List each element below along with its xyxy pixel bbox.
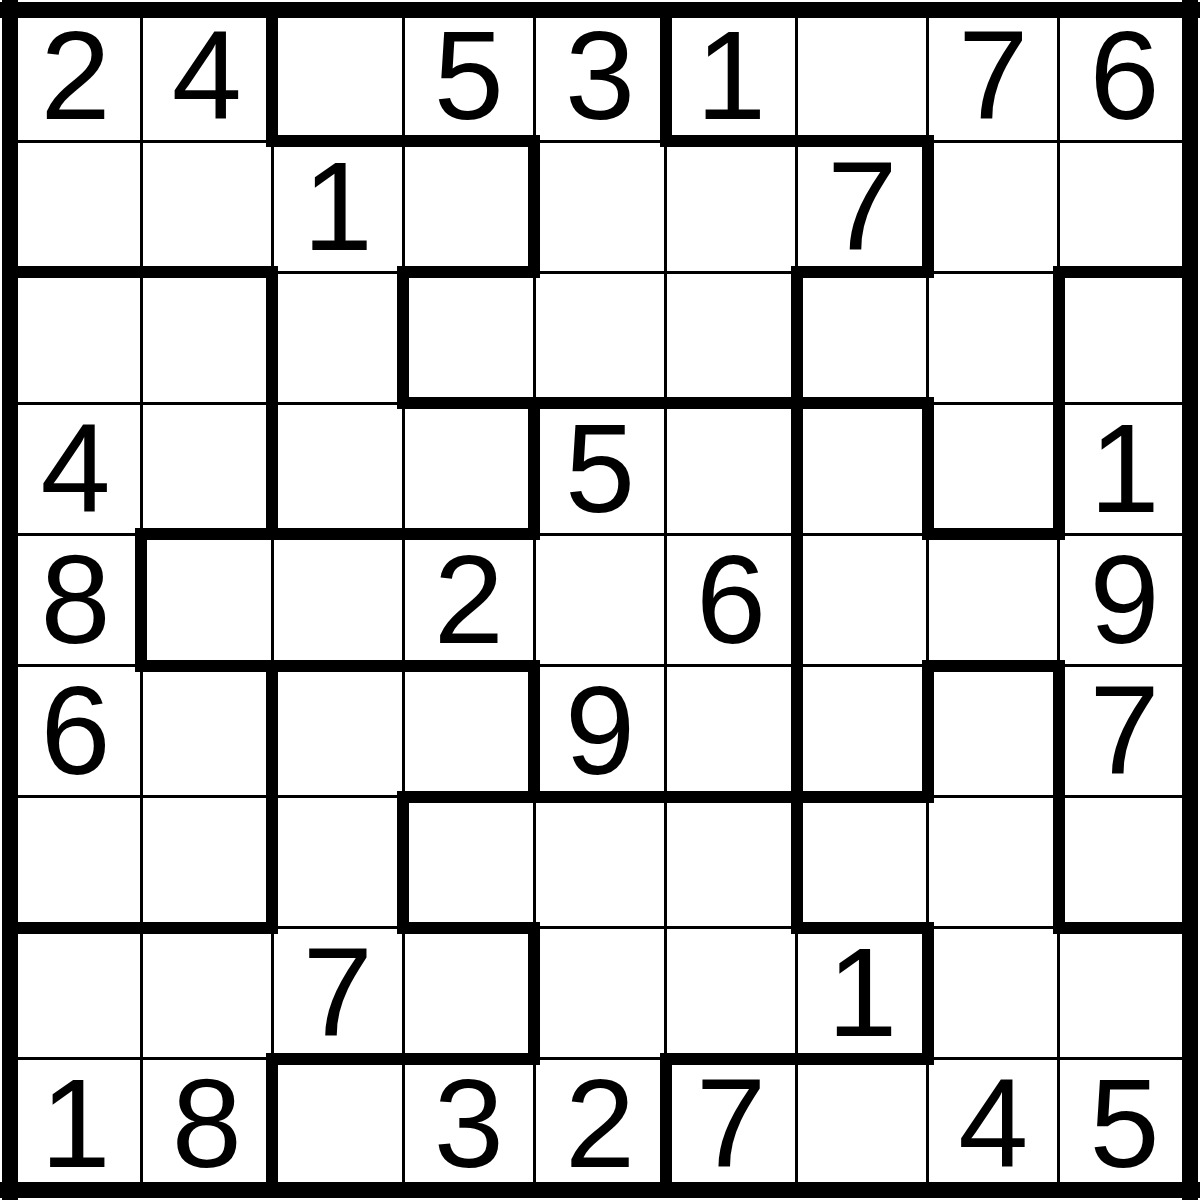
cell-r8c7[interactable]: 1 (797, 928, 928, 1059)
cell-r8c6[interactable] (666, 928, 797, 1059)
cell-r1c3[interactable] (272, 10, 403, 141)
cell-r5c5[interactable] (534, 534, 665, 665)
cell-r2c7[interactable]: 7 (797, 141, 928, 272)
cell-r5c3[interactable] (272, 534, 403, 665)
cell-r3c4[interactable] (403, 272, 534, 403)
cell-r3c6[interactable] (666, 272, 797, 403)
cell-r8c3[interactable]: 7 (272, 928, 403, 1059)
cell-r5c8[interactable] (928, 534, 1059, 665)
cell-r7c3[interactable] (272, 797, 403, 928)
cell-r9c3[interactable] (272, 1059, 403, 1190)
cell-r4c8[interactable] (928, 403, 1059, 534)
cell-r9c1[interactable]: 1 (10, 1059, 141, 1190)
cell-r9c2[interactable]: 8 (141, 1059, 272, 1190)
cell-r2c9[interactable] (1059, 141, 1190, 272)
cell-r5c2[interactable] (141, 534, 272, 665)
cell-r4c5[interactable]: 5 (534, 403, 665, 534)
cell-r4c9[interactable]: 1 (1059, 403, 1190, 534)
cell-r7c5[interactable] (534, 797, 665, 928)
cell-r4c6[interactable] (666, 403, 797, 534)
cell-r8c8[interactable] (928, 928, 1059, 1059)
cell-r8c4[interactable] (403, 928, 534, 1059)
cell-r6c2[interactable] (141, 666, 272, 797)
cell-r5c4[interactable]: 2 (403, 534, 534, 665)
cell-r3c5[interactable] (534, 272, 665, 403)
jigsaw-sudoku-board: 2453176174518269697711832745 (0, 0, 1200, 1200)
cell-r5c7[interactable] (797, 534, 928, 665)
cell-r3c9[interactable] (1059, 272, 1190, 403)
cell-r1c6[interactable]: 1 (666, 10, 797, 141)
cell-r1c5[interactable]: 3 (534, 10, 665, 141)
cell-r6c5[interactable]: 9 (534, 666, 665, 797)
cell-r6c7[interactable] (797, 666, 928, 797)
cell-r6c8[interactable] (928, 666, 1059, 797)
cell-r4c4[interactable] (403, 403, 534, 534)
cell-r6c9[interactable]: 7 (1059, 666, 1190, 797)
cell-r4c2[interactable] (141, 403, 272, 534)
cell-r7c9[interactable] (1059, 797, 1190, 928)
cell-r7c7[interactable] (797, 797, 928, 928)
cell-r6c4[interactable] (403, 666, 534, 797)
cell-r4c7[interactable] (797, 403, 928, 534)
cell-r7c1[interactable] (10, 797, 141, 928)
cell-r3c1[interactable] (10, 272, 141, 403)
cell-r3c7[interactable] (797, 272, 928, 403)
cell-r1c7[interactable] (797, 10, 928, 141)
cell-r6c1[interactable]: 6 (10, 666, 141, 797)
cell-r8c9[interactable] (1059, 928, 1190, 1059)
cell-r2c1[interactable] (10, 141, 141, 272)
cell-r9c4[interactable]: 3 (403, 1059, 534, 1190)
cell-r7c6[interactable] (666, 797, 797, 928)
cell-r2c5[interactable] (534, 141, 665, 272)
cell-r2c3[interactable]: 1 (272, 141, 403, 272)
cell-r6c6[interactable] (666, 666, 797, 797)
cell-r1c1[interactable]: 2 (10, 10, 141, 141)
cell-r2c6[interactable] (666, 141, 797, 272)
cell-r3c2[interactable] (141, 272, 272, 403)
cell-r7c8[interactable] (928, 797, 1059, 928)
cell-r7c2[interactable] (141, 797, 272, 928)
cell-r9c7[interactable] (797, 1059, 928, 1190)
cell-r5c1[interactable]: 8 (10, 534, 141, 665)
cell-r4c3[interactable] (272, 403, 403, 534)
cell-r1c8[interactable]: 7 (928, 10, 1059, 141)
cell-r9c5[interactable]: 2 (534, 1059, 665, 1190)
cell-r8c5[interactable] (534, 928, 665, 1059)
cell-r8c2[interactable] (141, 928, 272, 1059)
cell-r5c6[interactable]: 6 (666, 534, 797, 665)
cell-r4c1[interactable]: 4 (10, 403, 141, 534)
cell-r9c8[interactable]: 4 (928, 1059, 1059, 1190)
cell-r3c3[interactable] (272, 272, 403, 403)
cell-r8c1[interactable] (10, 928, 141, 1059)
cell-r9c9[interactable]: 5 (1059, 1059, 1190, 1190)
cell-r1c4[interactable]: 5 (403, 10, 534, 141)
cell-r2c2[interactable] (141, 141, 272, 272)
cell-r3c8[interactable] (928, 272, 1059, 403)
cell-r6c3[interactable] (272, 666, 403, 797)
cell-r2c8[interactable] (928, 141, 1059, 272)
cell-r9c6[interactable]: 7 (666, 1059, 797, 1190)
cell-r5c9[interactable]: 9 (1059, 534, 1190, 665)
cell-r1c9[interactable]: 6 (1059, 10, 1190, 141)
cell-r2c4[interactable] (403, 141, 534, 272)
cell-r7c4[interactable] (403, 797, 534, 928)
cell-r1c2[interactable]: 4 (141, 10, 272, 141)
